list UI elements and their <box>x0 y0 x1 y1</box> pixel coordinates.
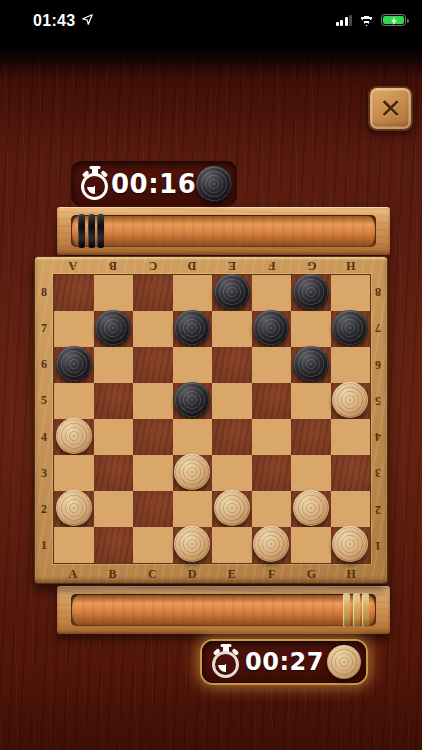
square-a3[interactable] <box>54 455 94 491</box>
file-labels-bottom: ABCDEFGH <box>53 566 371 583</box>
square-b3[interactable] <box>94 455 134 491</box>
stopwatch-icon <box>79 165 111 203</box>
coord-label: F <box>252 566 292 583</box>
captured-white-piece <box>362 593 369 627</box>
white-clock: 00:27 <box>245 648 324 676</box>
coord-label: 2 <box>35 492 53 528</box>
square-a8[interactable] <box>54 275 94 311</box>
phone-screen: 01:43 ✕ 00:16 <box>0 0 422 750</box>
black-piece[interactable] <box>332 310 368 346</box>
square-e6[interactable] <box>212 347 252 383</box>
tray-cylinder <box>72 595 375 625</box>
black-piece[interactable] <box>214 274 250 310</box>
coord-label: A <box>53 257 93 274</box>
black-piece[interactable] <box>174 310 210 346</box>
square-h7[interactable] <box>331 311 371 347</box>
square-h3[interactable] <box>331 455 371 491</box>
square-h8[interactable] <box>331 275 371 311</box>
tray-groove <box>71 215 376 247</box>
rank-labels-left: 87654321 <box>35 274 53 564</box>
square-d4[interactable] <box>173 419 213 455</box>
checkers-board: ABCDEFGH ABCDEFGH 87654321 87654321 <box>34 256 388 584</box>
square-d1[interactable] <box>173 527 213 563</box>
coord-label: H <box>331 257 371 274</box>
square-a4[interactable] <box>54 419 94 455</box>
square-b7[interactable] <box>94 311 134 347</box>
square-g7[interactable] <box>291 311 331 347</box>
coord-label: H <box>331 566 371 583</box>
clock-time: 01:43 <box>33 12 75 30</box>
close-button[interactable]: ✕ <box>368 86 413 131</box>
location-arrow-icon <box>82 14 93 25</box>
square-a7[interactable] <box>54 311 94 347</box>
square-c1[interactable] <box>133 527 173 563</box>
white-piece[interactable] <box>56 418 92 454</box>
white-piece[interactable] <box>253 526 289 562</box>
square-g6[interactable] <box>291 347 331 383</box>
coord-label: 7 <box>35 310 53 346</box>
square-f7[interactable] <box>252 311 292 347</box>
coord-label: G <box>292 566 332 583</box>
square-g4[interactable] <box>291 419 331 455</box>
battery-charging-icon <box>381 14 406 26</box>
square-d3[interactable] <box>173 455 213 491</box>
black-piece-indicator <box>196 166 232 202</box>
coord-label: A <box>53 566 93 583</box>
captured-black-discs <box>78 214 104 248</box>
file-labels-top: ABCDEFGH <box>53 257 371 274</box>
square-d2[interactable] <box>173 491 213 527</box>
square-e8[interactable] <box>212 275 252 311</box>
black-clock: 00:16 <box>111 169 196 199</box>
coord-label: 2 <box>369 492 387 528</box>
coord-label: 3 <box>35 455 53 491</box>
coord-label: D <box>172 566 212 583</box>
square-h6[interactable] <box>331 347 371 383</box>
coord-label: 8 <box>35 274 53 310</box>
captured-white-discs <box>343 593 369 627</box>
close-icon: ✕ <box>379 95 402 122</box>
black-piece[interactable] <box>293 274 329 310</box>
square-e7[interactable] <box>212 311 252 347</box>
black-piece[interactable] <box>174 382 210 418</box>
square-g1[interactable] <box>291 527 331 563</box>
white-piece[interactable] <box>56 490 92 526</box>
square-e2[interactable] <box>212 491 252 527</box>
square-d7[interactable] <box>173 311 213 347</box>
white-piece[interactable] <box>214 490 250 526</box>
captured-white-piece <box>343 593 350 627</box>
coord-label: G <box>292 257 332 274</box>
coord-label: B <box>93 566 133 583</box>
square-a2[interactable] <box>54 491 94 527</box>
stopwatch-icon <box>210 643 242 681</box>
coord-label: 1 <box>35 528 53 564</box>
coord-label: E <box>212 257 252 274</box>
white-timer-panel: 00:27 <box>202 641 366 683</box>
square-c4[interactable] <box>133 419 173 455</box>
black-timer-panel: 00:16 <box>71 161 237 207</box>
board-grid <box>53 274 371 564</box>
square-e3[interactable] <box>212 455 252 491</box>
square-g5[interactable] <box>291 383 331 419</box>
top-capture-tray <box>57 207 390 255</box>
square-c5[interactable] <box>133 383 173 419</box>
square-d6[interactable] <box>173 347 213 383</box>
black-piece[interactable] <box>56 346 92 382</box>
square-g8[interactable] <box>291 275 331 311</box>
square-b6[interactable] <box>94 347 134 383</box>
coord-label: 8 <box>369 274 387 310</box>
square-f2[interactable] <box>252 491 292 527</box>
coord-label: D <box>172 257 212 274</box>
coord-label: E <box>212 566 252 583</box>
square-b1[interactable] <box>94 527 134 563</box>
coord-label: 1 <box>369 528 387 564</box>
coord-label: 5 <box>35 383 53 419</box>
white-piece[interactable] <box>332 526 368 562</box>
black-piece[interactable] <box>253 310 289 346</box>
coord-label: 4 <box>369 419 387 455</box>
coord-label: C <box>133 566 173 583</box>
white-piece[interactable] <box>293 490 329 526</box>
coord-label: C <box>133 257 173 274</box>
square-g3[interactable] <box>291 455 331 491</box>
coord-label: 3 <box>369 455 387 491</box>
square-c3[interactable] <box>133 455 173 491</box>
coord-label: 7 <box>369 310 387 346</box>
square-b4[interactable] <box>94 419 134 455</box>
status-bar: 01:43 <box>0 0 422 44</box>
square-e5[interactable] <box>212 383 252 419</box>
bottom-capture-tray <box>57 586 390 634</box>
square-f3[interactable] <box>252 455 292 491</box>
white-piece-indicator <box>327 645 361 679</box>
square-b2[interactable] <box>94 491 134 527</box>
black-piece[interactable] <box>293 346 329 382</box>
square-c7[interactable] <box>133 311 173 347</box>
coord-label: 4 <box>35 419 53 455</box>
square-b5[interactable] <box>94 383 134 419</box>
coord-label: F <box>252 257 292 274</box>
square-f6[interactable] <box>252 347 292 383</box>
square-f8[interactable] <box>252 275 292 311</box>
square-h5[interactable] <box>331 383 371 419</box>
captured-white-piece <box>353 593 360 627</box>
square-f5[interactable] <box>252 383 292 419</box>
captured-black-piece <box>78 214 85 248</box>
square-b8[interactable] <box>94 275 134 311</box>
square-g2[interactable] <box>291 491 331 527</box>
captured-black-piece <box>97 214 104 248</box>
rank-labels-right: 87654321 <box>369 274 387 564</box>
square-f1[interactable] <box>252 527 292 563</box>
square-d8[interactable] <box>173 275 213 311</box>
tray-groove <box>71 594 376 626</box>
coord-label: B <box>93 257 133 274</box>
square-e4[interactable] <box>212 419 252 455</box>
white-piece[interactable] <box>174 526 210 562</box>
wifi-icon <box>358 14 375 27</box>
square-f4[interactable] <box>252 419 292 455</box>
square-c6[interactable] <box>133 347 173 383</box>
square-a1[interactable] <box>54 527 94 563</box>
coord-label: 6 <box>35 347 53 383</box>
captured-black-piece <box>88 214 95 248</box>
square-h4[interactable] <box>331 419 371 455</box>
square-a6[interactable] <box>54 347 94 383</box>
coord-label: 5 <box>369 383 387 419</box>
square-a5[interactable] <box>54 383 94 419</box>
square-e1[interactable] <box>212 527 252 563</box>
square-h1[interactable] <box>331 527 371 563</box>
white-piece[interactable] <box>332 382 368 418</box>
coord-label: 6 <box>369 347 387 383</box>
white-piece[interactable] <box>174 454 210 490</box>
square-c2[interactable] <box>133 491 173 527</box>
square-d5[interactable] <box>173 383 213 419</box>
cellular-signal-icon <box>336 15 353 26</box>
square-c8[interactable] <box>133 275 173 311</box>
tray-cylinder <box>72 216 375 246</box>
black-piece[interactable] <box>95 310 131 346</box>
square-h2[interactable] <box>331 491 371 527</box>
